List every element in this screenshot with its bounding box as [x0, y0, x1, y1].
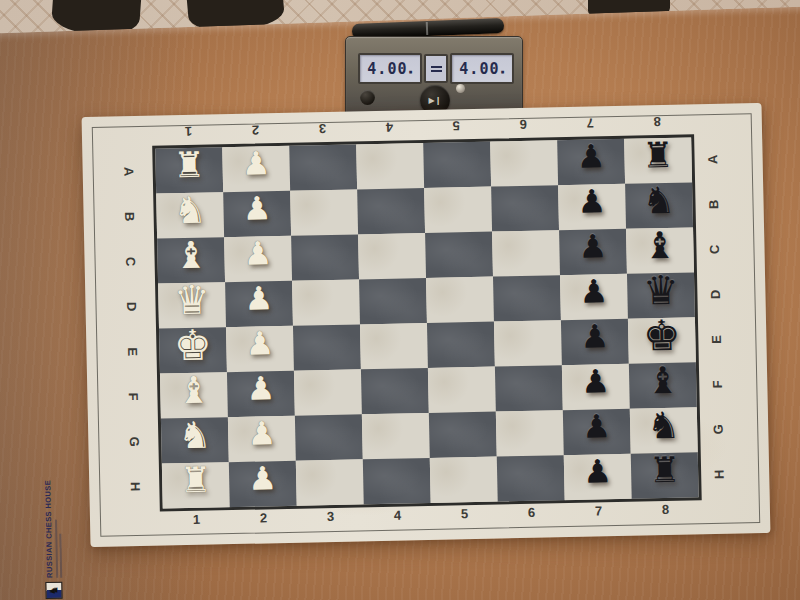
file-label-right-a: A — [690, 149, 735, 170]
file-label-right-e: E — [694, 329, 739, 350]
piece-white-bishop-c1[interactable]: ♝ — [157, 232, 225, 278]
square-e3[interactable] — [293, 324, 361, 370]
square-e4[interactable] — [360, 323, 428, 369]
piece-white-bishop-f1[interactable]: ♝ — [160, 367, 228, 413]
rank-label-bottom-4: 4 — [364, 507, 431, 523]
rank-label-bottom-2: 2 — [230, 510, 297, 526]
mat-logo-text: RUSSIAN CHESS HOUSE — [43, 480, 54, 578]
square-d5[interactable] — [426, 277, 494, 323]
square-h3[interactable] — [296, 459, 364, 505]
square-d4[interactable] — [359, 278, 427, 324]
square-f5[interactable] — [428, 367, 496, 413]
rank-label-top-5: 5 — [423, 118, 490, 134]
piece-black-knight-b8[interactable]: ♞ — [625, 177, 693, 223]
file-label-left-e: E — [110, 341, 155, 362]
piece-white-pawn-c2[interactable]: ♟ — [224, 231, 292, 277]
file-label-left-a: A — [106, 161, 151, 182]
piece-black-pawn-c7[interactable]: ♟ — [559, 224, 627, 270]
square-d6[interactable] — [493, 275, 561, 321]
piece-white-pawn-g2[interactable]: ♟ — [228, 411, 296, 457]
square-b4[interactable] — [357, 188, 425, 234]
piece-black-pawn-h7[interactable]: ♟ — [564, 449, 632, 495]
rank-label-bottom-1: 1 — [163, 511, 230, 527]
file-label-right-c: C — [692, 239, 737, 260]
piece-white-knight-g1[interactable]: ♞ — [161, 412, 229, 458]
scene: 4.00▪ 4.00▪ ▶❙ easy ♜♟♟♜♞♟♟♞♝♟♟♝♛♟♟♛♚♟♟♚… — [0, 0, 800, 600]
square-h5[interactable] — [430, 457, 498, 503]
piece-black-pawn-b7[interactable]: ♟ — [558, 179, 626, 225]
piece-black-pawn-g7[interactable]: ♟ — [563, 404, 631, 450]
rank-label-bottom-3: 3 — [297, 508, 364, 524]
square-b6[interactable] — [491, 185, 559, 231]
rank-label-top-4: 4 — [356, 119, 423, 135]
square-h1[interactable]: ♜ — [162, 462, 230, 508]
mat-logo: ♞ RUSSIAN CHESS HOUSE — [43, 479, 63, 599]
clock-time-left: 4.00 — [367, 60, 407, 78]
square-f6[interactable] — [495, 365, 563, 411]
square-a5[interactable] — [423, 142, 491, 188]
square-h4[interactable] — [363, 458, 431, 504]
clock-adjust-button[interactable] — [456, 84, 465, 93]
square-g5[interactable] — [429, 412, 497, 458]
piece-white-knight-b1[interactable]: ♞ — [156, 187, 224, 233]
square-h6[interactable] — [497, 455, 565, 501]
square-f3[interactable] — [294, 369, 362, 415]
square-b5[interactable] — [424, 187, 492, 233]
piece-white-rook-h1[interactable]: ♜ — [162, 457, 230, 503]
piece-black-bishop-c8[interactable]: ♝ — [626, 222, 694, 268]
square-c3[interactable] — [291, 234, 359, 280]
piece-black-pawn-a7[interactable]: ♟ — [557, 134, 625, 180]
file-label-right-h: H — [696, 464, 741, 485]
play-pause-icon: ▶❙ — [429, 96, 442, 105]
square-a6[interactable] — [490, 140, 558, 186]
clock-time-right: 4.00 — [459, 60, 499, 78]
square-g4[interactable] — [362, 413, 430, 459]
piece-white-pawn-e2[interactable]: ♟ — [226, 321, 294, 367]
file-label-left-c: C — [108, 251, 153, 272]
piece-white-rook-a1[interactable]: ♜ — [155, 142, 223, 188]
square-f4[interactable] — [361, 368, 429, 414]
square-h7[interactable]: ♟ — [564, 454, 632, 500]
piece-white-king-e1[interactable]: ♚ — [159, 322, 227, 368]
piece-white-pawn-b2[interactable]: ♟ — [223, 186, 291, 232]
piece-white-pawn-d2[interactable]: ♟ — [225, 276, 293, 322]
rank-label-top-3: 3 — [289, 120, 356, 136]
file-label-right-f: F — [695, 374, 740, 395]
square-a3[interactable] — [289, 144, 357, 190]
square-g3[interactable] — [295, 414, 363, 460]
rank-label-bottom-7: 7 — [565, 503, 632, 519]
piece-black-rook-a8[interactable]: ♜ — [624, 132, 692, 178]
square-b3[interactable] — [290, 189, 358, 235]
piece-black-pawn-e7[interactable]: ♟ — [561, 314, 629, 360]
square-e5[interactable] — [427, 322, 495, 368]
file-label-left-f: F — [111, 386, 156, 407]
mat-logo-fineprint — [55, 520, 58, 578]
clock-move-indicator — [424, 54, 448, 83]
rank-label-top-2: 2 — [222, 122, 289, 138]
piece-black-bishop-f8[interactable]: ♝ — [629, 357, 697, 403]
piece-white-pawn-h2[interactable]: ♟ — [229, 456, 297, 502]
piece-black-knight-g8[interactable]: ♞ — [630, 402, 698, 448]
file-label-left-g: G — [112, 431, 157, 452]
square-e6[interactable] — [494, 320, 562, 366]
file-label-right-d: D — [693, 284, 738, 305]
chess-mat: ♜♟♟♜♞♟♟♞♝♟♟♝♛♟♟♛♚♟♟♚♝♟♟♝♞♟♟♞♜♟♟♜ 1122334… — [82, 103, 771, 547]
piece-black-rook-h8[interactable]: ♜ — [631, 447, 699, 493]
file-label-right-g: G — [696, 419, 741, 440]
piece-white-queen-d1[interactable]: ♛ — [158, 277, 226, 323]
square-c6[interactable] — [492, 230, 560, 276]
clock-display-right: 4.00▪ — [450, 53, 514, 84]
clock-display-left: 4.00▪ — [358, 53, 422, 84]
clock-indicator-tick: ▪ — [408, 68, 412, 76]
square-g6[interactable] — [496, 410, 564, 456]
file-label-right-b: B — [691, 194, 736, 215]
clock-indicator-tick: ▪ — [500, 68, 504, 76]
file-label-left-b: B — [107, 206, 152, 227]
square-a4[interactable] — [356, 143, 424, 189]
knight-logo-icon: ♞ — [45, 582, 62, 599]
piece-black-pawn-d7[interactable]: ♟ — [560, 269, 628, 315]
piece-black-king-e8[interactable]: ♚ — [628, 312, 696, 358]
piece-white-pawn-a2[interactable]: ♟ — [222, 141, 290, 187]
board-frame: ♜♟♟♜♞♟♟♞♝♟♟♝♛♟♟♛♚♟♟♚♝♟♟♝♞♟♟♞♜♟♟♜ — [152, 134, 702, 511]
piece-white-pawn-f2[interactable]: ♟ — [227, 366, 295, 412]
rank-label-bottom-5: 5 — [431, 506, 498, 522]
file-label-left-d: D — [109, 296, 154, 317]
square-d3[interactable] — [292, 279, 360, 325]
square-h8[interactable]: ♜ — [631, 452, 699, 498]
square-h2[interactable]: ♟ — [229, 461, 297, 507]
rank-label-top-1: 1 — [155, 123, 222, 139]
chess-board: ♜♟♟♜♞♟♟♞♝♟♟♝♛♟♟♛♚♟♟♚♝♟♟♝♞♟♟♞♜♟♟♜ — [155, 137, 698, 508]
file-label-left-h: H — [113, 476, 158, 497]
rank-label-bottom-8: 8 — [632, 501, 699, 517]
rank-label-top-8: 8 — [624, 113, 691, 129]
piece-black-queen-d8[interactable]: ♛ — [627, 267, 695, 313]
square-c5[interactable] — [425, 232, 493, 278]
piece-black-pawn-f7[interactable]: ♟ — [562, 359, 630, 405]
rank-label-bottom-6: 6 — [498, 504, 565, 520]
rank-label-top-7: 7 — [557, 115, 624, 131]
square-c4[interactable] — [358, 233, 426, 279]
clock-onoff-button[interactable] — [360, 90, 375, 105]
rank-label-top-6: 6 — [490, 116, 557, 132]
